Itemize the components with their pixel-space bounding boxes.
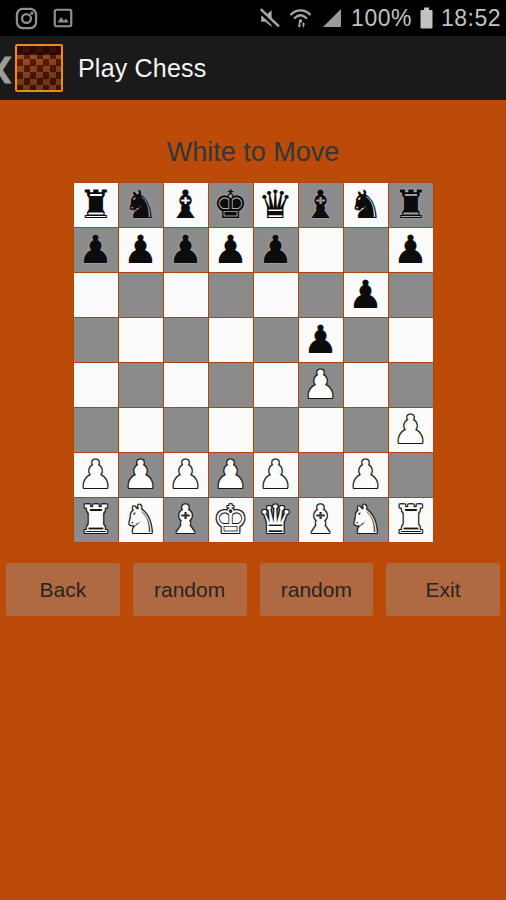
square-c4[interactable] [164,363,208,407]
square-e6[interactable] [254,273,298,317]
exit-button[interactable]: Exit [386,563,500,616]
square-g5[interactable] [344,318,388,362]
square-b3[interactable] [119,408,163,452]
white-rook: ♜ [78,498,113,542]
square-h7[interactable]: ♟ [389,228,433,272]
square-a7[interactable]: ♟ [74,228,118,272]
square-a3[interactable] [74,408,118,452]
square-c7[interactable]: ♟ [164,228,208,272]
square-f6[interactable] [299,273,343,317]
action-button-row: Back random random Exit [0,563,506,616]
white-knight: ♞ [123,498,158,542]
square-d7[interactable]: ♟ [209,228,253,272]
random-button-1[interactable]: random [133,563,247,616]
black-pawn: ♟ [393,228,428,272]
app-title: Play Chess [78,54,206,83]
square-d8[interactable]: ♚ [209,183,253,227]
volume-muted-icon [256,6,281,31]
square-d6[interactable] [209,273,253,317]
black-bishop: ♝ [168,183,203,227]
square-f8[interactable]: ♝ [299,183,343,227]
black-pawn: ♟ [168,228,203,272]
white-rook: ♜ [393,498,428,542]
square-b5[interactable] [119,318,163,362]
square-h8[interactable]: ♜ [389,183,433,227]
square-f3[interactable] [299,408,343,452]
square-d3[interactable] [209,408,253,452]
wifi-icon [288,6,313,31]
square-c6[interactable] [164,273,208,317]
square-f1[interactable]: ♝ [299,498,343,542]
white-pawn: ♟ [348,453,383,497]
square-h3[interactable]: ♟ [389,408,433,452]
square-g8[interactable]: ♞ [344,183,388,227]
square-e8[interactable]: ♛ [254,183,298,227]
black-rook: ♜ [78,183,113,227]
square-d5[interactable] [209,318,253,362]
black-pawn: ♟ [258,228,293,272]
white-bishop: ♝ [168,498,203,542]
phone-screen: 100% 18:52 ❮ Play Chess White to Move ♜♞… [0,0,506,900]
black-pawn: ♟ [123,228,158,272]
square-e4[interactable] [254,363,298,407]
instagram-icon [15,7,38,30]
square-b8[interactable]: ♞ [119,183,163,227]
square-c5[interactable] [164,318,208,362]
square-h1[interactable]: ♜ [389,498,433,542]
chess-board: ♜♞♝♚♛♝♞♜♟♟♟♟♟♟♟♟♟♟♟♟♟♟♟♟♜♞♝♚♛♝♞♜ [74,183,433,542]
square-e7[interactable]: ♟ [254,228,298,272]
white-pawn: ♟ [123,453,158,497]
black-king: ♚ [213,183,248,227]
status-bar-notifications [5,7,74,30]
square-h4[interactable] [389,363,433,407]
square-b1[interactable]: ♞ [119,498,163,542]
app-icon-chessboard-thumbnail [15,44,63,92]
white-pawn: ♟ [393,408,428,452]
square-a5[interactable] [74,318,118,362]
square-g1[interactable]: ♞ [344,498,388,542]
black-rook: ♜ [393,183,428,227]
cell-signal-icon [320,6,344,30]
white-pawn: ♟ [168,453,203,497]
square-g2[interactable]: ♟ [344,453,388,497]
square-h6[interactable] [389,273,433,317]
black-pawn: ♟ [303,318,338,362]
square-a8[interactable]: ♜ [74,183,118,227]
square-e3[interactable] [254,408,298,452]
square-g7[interactable] [344,228,388,272]
square-g4[interactable] [344,363,388,407]
status-bar-system: 100% 18:52 [256,5,501,32]
black-bishop: ♝ [303,183,338,227]
square-c3[interactable] [164,408,208,452]
white-pawn: ♟ [258,453,293,497]
square-a6[interactable] [74,273,118,317]
white-pawn: ♟ [213,453,248,497]
square-e5[interactable] [254,318,298,362]
black-pawn: ♟ [78,228,113,272]
square-f2[interactable] [299,453,343,497]
square-d1[interactable]: ♚ [209,498,253,542]
white-pawn: ♟ [303,363,338,407]
white-king: ♚ [213,498,248,542]
square-b7[interactable]: ♟ [119,228,163,272]
app-bar: ❮ Play Chess [0,36,506,100]
square-e1[interactable]: ♛ [254,498,298,542]
square-a4[interactable] [74,363,118,407]
square-h2[interactable] [389,453,433,497]
back-chevron-icon[interactable]: ❮ [0,36,15,100]
random-button-2[interactable]: random [260,563,374,616]
black-knight: ♞ [348,183,383,227]
square-g3[interactable] [344,408,388,452]
square-d4[interactable] [209,363,253,407]
battery-percent: 100% [351,5,412,32]
white-pawn: ♟ [78,453,113,497]
square-c8[interactable]: ♝ [164,183,208,227]
square-c1[interactable]: ♝ [164,498,208,542]
square-b6[interactable] [119,273,163,317]
black-knight: ♞ [123,183,158,227]
battery-icon [419,6,434,30]
white-knight: ♞ [348,498,383,542]
white-bishop: ♝ [303,498,338,542]
status-bar: 100% 18:52 [0,0,506,36]
white-queen: ♛ [258,498,293,542]
square-g6[interactable]: ♟ [344,273,388,317]
black-pawn: ♟ [348,273,383,317]
clock: 18:52 [441,5,501,32]
square-f4[interactable]: ♟ [299,363,343,407]
square-a2[interactable]: ♟ [74,453,118,497]
square-b4[interactable] [119,363,163,407]
square-e2[interactable]: ♟ [254,453,298,497]
square-b2[interactable]: ♟ [119,453,163,497]
black-queen: ♛ [258,183,293,227]
turn-indicator-heading: White to Move [0,132,506,172]
square-f5[interactable]: ♟ [299,318,343,362]
square-h5[interactable] [389,318,433,362]
square-a1[interactable]: ♜ [74,498,118,542]
black-pawn: ♟ [213,228,248,272]
square-d2[interactable]: ♟ [209,453,253,497]
back-button[interactable]: Back [6,563,120,616]
screenshot-icon [52,7,74,29]
square-c2[interactable]: ♟ [164,453,208,497]
square-f7[interactable] [299,228,343,272]
